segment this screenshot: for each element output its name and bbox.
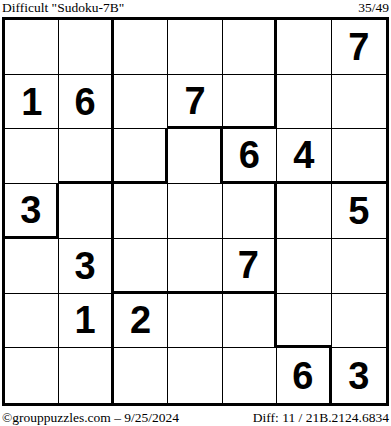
cell-r1c3[interactable] — [114, 20, 168, 75]
cell-r4c1[interactable]: 3 — [5, 184, 59, 239]
cell-r3c1[interactable] — [5, 129, 59, 184]
cells-remaining-counter: 35/49 — [358, 0, 389, 15]
cell-r3c6[interactable]: 4 — [277, 129, 331, 184]
cell-r1c4[interactable] — [168, 20, 222, 75]
cell-r7c3[interactable] — [114, 348, 168, 403]
given-digit: 7 — [184, 82, 205, 120]
sudoku-board: 71676435371263 — [2, 17, 389, 406]
cell-r3c7[interactable] — [332, 129, 386, 184]
given-digit: 6 — [75, 83, 96, 121]
puzzle-title: Difficult "Sudoku-7B" — [2, 0, 124, 15]
cell-r5c4[interactable] — [168, 239, 222, 294]
difficulty-id: Diff: 11 / 21B.2124.6834 — [253, 410, 389, 426]
cell-r6c5[interactable] — [223, 294, 277, 349]
cell-r2c7[interactable] — [332, 75, 386, 130]
cell-r2c4[interactable]: 7 — [168, 75, 222, 130]
cell-r7c5[interactable] — [223, 348, 277, 403]
cell-r3c4[interactable] — [168, 129, 222, 184]
cell-r6c1[interactable] — [5, 294, 59, 349]
cell-r6c3[interactable]: 2 — [114, 294, 168, 349]
cell-r6c6[interactable] — [277, 294, 331, 349]
given-digit: 5 — [348, 192, 369, 230]
cell-r2c3[interactable] — [114, 75, 168, 130]
cell-r6c4[interactable] — [168, 294, 222, 349]
cell-r5c1[interactable] — [5, 239, 59, 294]
copyright-date: ©grouppuzzles.com – 9/25/2024 — [2, 410, 179, 426]
cell-r6c7[interactable] — [332, 294, 386, 349]
footer: ©grouppuzzles.com – 9/25/2024 Diff: 11 /… — [2, 409, 389, 426]
cell-r2c2[interactable]: 6 — [59, 75, 113, 130]
given-digit: 3 — [75, 247, 96, 285]
cell-r4c4[interactable] — [168, 184, 222, 239]
cell-r5c6[interactable] — [277, 239, 331, 294]
cell-r6c2[interactable]: 1 — [59, 294, 113, 349]
given-digit: 6 — [292, 357, 313, 395]
header: Difficult "Sudoku-7B" 35/49 — [2, 0, 389, 16]
given-digit: 6 — [239, 136, 260, 174]
cell-r1c6[interactable] — [277, 20, 331, 75]
cell-r5c3[interactable] — [114, 239, 168, 294]
cell-r4c3[interactable] — [114, 184, 168, 239]
cell-r3c3[interactable] — [114, 129, 168, 184]
cell-r1c1[interactable] — [5, 20, 59, 75]
given-digit: 7 — [238, 246, 259, 284]
cell-r5c2[interactable]: 3 — [59, 239, 113, 294]
cell-r5c5[interactable]: 7 — [223, 239, 277, 294]
cell-r2c5[interactable] — [223, 75, 277, 130]
given-digit: 4 — [293, 136, 314, 174]
cell-r5c7[interactable] — [332, 239, 386, 294]
given-digit: 3 — [20, 191, 41, 229]
cell-r4c2[interactable] — [59, 184, 113, 239]
cell-r7c1[interactable] — [5, 348, 59, 403]
cell-r1c2[interactable] — [59, 20, 113, 75]
given-digit: 7 — [348, 28, 369, 66]
given-digit: 1 — [75, 301, 96, 339]
given-digit: 3 — [348, 357, 369, 395]
cell-r4c5[interactable] — [223, 184, 277, 239]
cell-r2c1[interactable]: 1 — [5, 75, 59, 130]
cell-r3c2[interactable] — [59, 129, 113, 184]
cell-r7c7[interactable]: 3 — [332, 348, 386, 403]
cell-r4c7[interactable]: 5 — [332, 184, 386, 239]
given-digit: 1 — [21, 83, 42, 121]
cell-r2c6[interactable] — [277, 75, 331, 130]
cell-r3c5[interactable]: 6 — [223, 129, 277, 184]
cell-r4c6[interactable] — [277, 184, 331, 239]
cell-r7c2[interactable] — [59, 348, 113, 403]
cell-r1c7[interactable]: 7 — [332, 20, 386, 75]
given-digit: 2 — [130, 301, 151, 339]
cell-r7c4[interactable] — [168, 348, 222, 403]
cell-r7c6[interactable]: 6 — [277, 348, 331, 403]
cell-r1c5[interactable] — [223, 20, 277, 75]
